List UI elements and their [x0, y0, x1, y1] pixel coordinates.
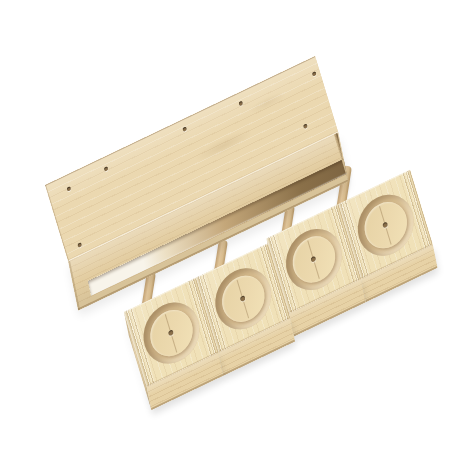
screw-hole [238, 101, 243, 107]
product-photo-scene: Natural pine wood sliding-block treat pu… [0, 0, 470, 470]
screw-hole [303, 123, 308, 129]
screw-hole [66, 186, 71, 192]
screw-hole [104, 166, 109, 172]
screw-hole [182, 126, 187, 132]
screw-hole [312, 71, 317, 77]
screw-hole [77, 242, 82, 248]
